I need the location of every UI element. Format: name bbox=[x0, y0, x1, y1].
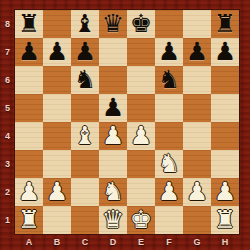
square-c1[interactable] bbox=[71, 206, 99, 234]
square-h1[interactable]: ♜ bbox=[211, 206, 239, 234]
square-f3[interactable]: ♞ bbox=[155, 150, 183, 178]
square-f8[interactable] bbox=[155, 10, 183, 38]
file-label-H: H bbox=[211, 237, 239, 247]
square-a5[interactable] bbox=[15, 94, 43, 122]
square-f4[interactable] bbox=[155, 122, 183, 150]
square-b5[interactable] bbox=[43, 94, 71, 122]
white-knight-d2[interactable]: ♞ bbox=[99, 178, 127, 206]
black-pawn-g7[interactable]: ♟ bbox=[183, 38, 211, 66]
square-b1[interactable] bbox=[43, 206, 71, 234]
file-label-C: C bbox=[71, 237, 99, 247]
black-pawn-c7[interactable]: ♟ bbox=[71, 38, 99, 66]
white-rook-h1[interactable]: ♜ bbox=[211, 206, 239, 234]
white-knight-f3[interactable]: ♞ bbox=[155, 150, 183, 178]
square-b6[interactable] bbox=[43, 66, 71, 94]
square-d1[interactable]: ♛ bbox=[99, 206, 127, 234]
square-a3[interactable] bbox=[15, 150, 43, 178]
white-pawn-h2[interactable]: ♟ bbox=[211, 178, 239, 206]
square-h7[interactable]: ♟ bbox=[211, 38, 239, 66]
white-pawn-f2[interactable]: ♟ bbox=[155, 178, 183, 206]
file-label-A: A bbox=[15, 237, 43, 247]
square-g1[interactable] bbox=[183, 206, 211, 234]
rank-label-8: 8 bbox=[1, 19, 14, 29]
square-g4[interactable] bbox=[183, 122, 211, 150]
square-c5[interactable] bbox=[71, 94, 99, 122]
square-c7[interactable]: ♟ bbox=[71, 38, 99, 66]
square-h4[interactable] bbox=[211, 122, 239, 150]
square-c3[interactable] bbox=[71, 150, 99, 178]
square-c2[interactable] bbox=[71, 178, 99, 206]
square-c6[interactable]: ♞ bbox=[71, 66, 99, 94]
square-f2[interactable]: ♟ bbox=[155, 178, 183, 206]
chess-board: ♜♝♛♚♜♟♟♟♟♟♟♞♞♟♝♟♟♞♟♟♞♟♟♟♜♛♚♜ bbox=[15, 10, 239, 234]
square-h8[interactable]: ♜ bbox=[211, 10, 239, 38]
file-label-F: F bbox=[155, 237, 183, 247]
square-e7[interactable] bbox=[127, 38, 155, 66]
square-b7[interactable]: ♟ bbox=[43, 38, 71, 66]
square-a2[interactable]: ♟ bbox=[15, 178, 43, 206]
rank-label-2: 2 bbox=[1, 187, 14, 197]
white-pawn-a2[interactable]: ♟ bbox=[15, 178, 43, 206]
white-king-e1[interactable]: ♚ bbox=[127, 206, 155, 234]
square-a6[interactable] bbox=[15, 66, 43, 94]
black-bishop-c8[interactable]: ♝ bbox=[71, 10, 99, 38]
rank-label-4: 4 bbox=[1, 131, 14, 141]
chess-board-frame: ♜♝♛♚♜♟♟♟♟♟♟♞♞♟♝♟♟♞♟♟♞♟♟♟♜♛♚♜ 87654321 AB… bbox=[0, 0, 250, 250]
black-queen-d8[interactable]: ♛ bbox=[99, 10, 127, 38]
black-pawn-h7[interactable]: ♟ bbox=[211, 38, 239, 66]
square-h3[interactable] bbox=[211, 150, 239, 178]
white-pawn-d4[interactable]: ♟ bbox=[99, 122, 127, 150]
square-a4[interactable] bbox=[15, 122, 43, 150]
black-rook-h8[interactable]: ♜ bbox=[211, 10, 239, 38]
file-label-D: D bbox=[99, 237, 127, 247]
rank-label-6: 6 bbox=[1, 75, 14, 85]
square-a8[interactable]: ♜ bbox=[15, 10, 43, 38]
square-f7[interactable]: ♟ bbox=[155, 38, 183, 66]
square-e2[interactable] bbox=[127, 178, 155, 206]
square-c8[interactable]: ♝ bbox=[71, 10, 99, 38]
white-pawn-g2[interactable]: ♟ bbox=[183, 178, 211, 206]
white-pawn-e4[interactable]: ♟ bbox=[127, 122, 155, 150]
file-label-E: E bbox=[127, 237, 155, 247]
rank-label-5: 5 bbox=[1, 103, 14, 113]
square-a7[interactable]: ♟ bbox=[15, 38, 43, 66]
square-d8[interactable]: ♛ bbox=[99, 10, 127, 38]
square-e4[interactable]: ♟ bbox=[127, 122, 155, 150]
rank-label-7: 7 bbox=[1, 47, 14, 57]
black-king-e8[interactable]: ♚ bbox=[127, 10, 155, 38]
black-knight-f6[interactable]: ♞ bbox=[155, 66, 183, 94]
square-e5[interactable] bbox=[127, 94, 155, 122]
square-e3[interactable] bbox=[127, 150, 155, 178]
square-g3[interactable] bbox=[183, 150, 211, 178]
square-g2[interactable]: ♟ bbox=[183, 178, 211, 206]
square-h5[interactable] bbox=[211, 94, 239, 122]
square-g5[interactable] bbox=[183, 94, 211, 122]
black-rook-a8[interactable]: ♜ bbox=[15, 10, 43, 38]
square-b2[interactable]: ♟ bbox=[43, 178, 71, 206]
square-e8[interactable]: ♚ bbox=[127, 10, 155, 38]
black-pawn-f7[interactable]: ♟ bbox=[155, 38, 183, 66]
square-b3[interactable] bbox=[43, 150, 71, 178]
square-e1[interactable]: ♚ bbox=[127, 206, 155, 234]
square-a1[interactable]: ♜ bbox=[15, 206, 43, 234]
square-f6[interactable]: ♞ bbox=[155, 66, 183, 94]
rank-label-3: 3 bbox=[1, 159, 14, 169]
square-d5[interactable]: ♟ bbox=[99, 94, 127, 122]
square-d3[interactable] bbox=[99, 150, 127, 178]
white-rook-a1[interactable]: ♜ bbox=[15, 206, 43, 234]
black-pawn-a7[interactable]: ♟ bbox=[15, 38, 43, 66]
rank-label-1: 1 bbox=[1, 215, 14, 225]
square-b8[interactable] bbox=[43, 10, 71, 38]
square-h2[interactable]: ♟ bbox=[211, 178, 239, 206]
square-d2[interactable]: ♞ bbox=[99, 178, 127, 206]
square-b4[interactable] bbox=[43, 122, 71, 150]
black-pawn-b7[interactable]: ♟ bbox=[43, 38, 71, 66]
square-c4[interactable]: ♝ bbox=[71, 122, 99, 150]
file-label-G: G bbox=[183, 237, 211, 247]
white-queen-d1[interactable]: ♛ bbox=[99, 206, 127, 234]
white-pawn-b2[interactable]: ♟ bbox=[43, 178, 71, 206]
black-knight-c6[interactable]: ♞ bbox=[71, 66, 99, 94]
square-f1[interactable] bbox=[155, 206, 183, 234]
square-h6[interactable] bbox=[211, 66, 239, 94]
square-g7[interactable]: ♟ bbox=[183, 38, 211, 66]
square-d4[interactable]: ♟ bbox=[99, 122, 127, 150]
square-f5[interactable] bbox=[155, 94, 183, 122]
square-d7[interactable] bbox=[99, 38, 127, 66]
square-d6[interactable] bbox=[99, 66, 127, 94]
file-label-B: B bbox=[43, 237, 71, 247]
square-e6[interactable] bbox=[127, 66, 155, 94]
white-bishop-c4[interactable]: ♝ bbox=[71, 122, 99, 150]
black-pawn-d5[interactable]: ♟ bbox=[99, 94, 127, 122]
square-g6[interactable] bbox=[183, 66, 211, 94]
square-g8[interactable] bbox=[183, 10, 211, 38]
